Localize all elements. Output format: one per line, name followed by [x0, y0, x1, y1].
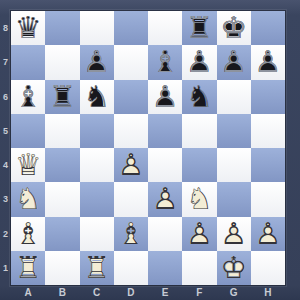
chessboard-frame: 87654321 ♛♕♜♖♚♔♟♙♝♗♟♙♟♙♟♙♝♗♜♖♞♘♟♙♞♘♛♕♟♙♞…	[0, 0, 300, 300]
square-h5[interactable]	[251, 114, 285, 148]
white-queen-glyph: ♛	[11, 148, 45, 182]
black-knight-glyph: ♞	[182, 80, 216, 114]
square-b1[interactable]	[45, 251, 79, 285]
black-pawn[interactable]: ♟♙	[80, 45, 114, 79]
square-g7[interactable]: ♟♙	[217, 45, 251, 79]
square-c6[interactable]: ♞♘	[80, 80, 114, 114]
black-rook-outline: ♖	[45, 80, 79, 114]
square-g1[interactable]: ♚♔	[217, 251, 251, 285]
black-pawn[interactable]: ♟♙	[217, 45, 251, 79]
square-f6[interactable]: ♞♘	[182, 80, 216, 114]
square-e3[interactable]: ♟♙	[148, 182, 182, 216]
black-knight-outline: ♘	[80, 80, 114, 114]
white-pawn[interactable]: ♟♙	[251, 217, 285, 251]
black-pawn-glyph: ♟	[80, 45, 114, 79]
rank-label-6: 6	[0, 80, 11, 114]
square-c1[interactable]: ♜♖	[80, 251, 114, 285]
black-pawn-glyph: ♟	[148, 80, 182, 114]
black-pawn[interactable]: ♟♙	[182, 45, 216, 79]
black-bishop-outline: ♗	[148, 45, 182, 79]
square-e6[interactable]: ♟♙	[148, 80, 182, 114]
white-knight-outline: ♘	[11, 182, 45, 216]
square-e7[interactable]: ♝♗	[148, 45, 182, 79]
white-bishop[interactable]: ♝♗	[11, 217, 45, 251]
rank-labels: 87654321	[0, 11, 11, 285]
square-a8[interactable]: ♛♕	[11, 11, 45, 45]
white-pawn[interactable]: ♟♙	[114, 148, 148, 182]
black-queen[interactable]: ♛♕	[11, 11, 45, 45]
white-pawn-glyph: ♟	[114, 148, 148, 182]
black-bishop[interactable]: ♝♗	[148, 45, 182, 79]
square-f4[interactable]	[182, 148, 216, 182]
square-g4[interactable]	[217, 148, 251, 182]
white-knight[interactable]: ♞♘	[182, 182, 216, 216]
white-queen[interactable]: ♛♕	[11, 148, 45, 182]
black-pawn-outline: ♙	[217, 45, 251, 79]
rank-label-4: 4	[0, 148, 11, 182]
square-b7[interactable]	[45, 45, 79, 79]
square-d7[interactable]	[114, 45, 148, 79]
square-d6[interactable]	[114, 80, 148, 114]
square-a1[interactable]: ♜♖	[11, 251, 45, 285]
file-label-e: E	[148, 285, 182, 300]
black-rook-glyph: ♜	[182, 11, 216, 45]
file-label-d: D	[114, 285, 148, 300]
black-pawn-glyph: ♟	[217, 45, 251, 79]
black-bishop[interactable]: ♝♗	[11, 80, 45, 114]
white-rook[interactable]: ♜♖	[80, 251, 114, 285]
square-e4[interactable]	[148, 148, 182, 182]
square-d1[interactable]	[114, 251, 148, 285]
square-f2[interactable]: ♟♙	[182, 217, 216, 251]
square-b4[interactable]	[45, 148, 79, 182]
file-labels: ABCDEFGH	[11, 285, 285, 300]
white-bishop[interactable]: ♝♗	[114, 217, 148, 251]
black-pawn-glyph: ♟	[182, 45, 216, 79]
square-f5[interactable]	[182, 114, 216, 148]
black-rook-glyph: ♜	[45, 80, 79, 114]
black-pawn-glyph: ♟	[251, 45, 285, 79]
white-bishop-outline: ♗	[11, 217, 45, 251]
white-bishop-glyph: ♝	[114, 217, 148, 251]
white-rook-glyph: ♜	[80, 251, 114, 285]
white-pawn-glyph: ♟	[182, 217, 216, 251]
black-knight-glyph: ♞	[80, 80, 114, 114]
square-b8[interactable]	[45, 11, 79, 45]
square-e2[interactable]	[148, 217, 182, 251]
rank-label-8: 8	[0, 11, 11, 45]
square-a4[interactable]: ♛♕	[11, 148, 45, 182]
white-knight-glyph: ♞	[11, 182, 45, 216]
square-h3[interactable]	[251, 182, 285, 216]
file-label-h: H	[251, 285, 285, 300]
white-pawn[interactable]: ♟♙	[148, 182, 182, 216]
black-rook-outline: ♖	[182, 11, 216, 45]
white-pawn-outline: ♙	[148, 182, 182, 216]
black-rook[interactable]: ♜♖	[182, 11, 216, 45]
square-b5[interactable]	[45, 114, 79, 148]
square-d3[interactable]	[114, 182, 148, 216]
black-queen-outline: ♕	[11, 11, 45, 45]
square-d2[interactable]: ♝♗	[114, 217, 148, 251]
square-a5[interactable]	[11, 114, 45, 148]
white-queen-outline: ♕	[11, 148, 45, 182]
white-pawn[interactable]: ♟♙	[182, 217, 216, 251]
white-pawn-outline: ♙	[182, 217, 216, 251]
white-pawn-glyph: ♟	[148, 182, 182, 216]
white-knight-glyph: ♞	[182, 182, 216, 216]
square-b2[interactable]	[45, 217, 79, 251]
square-g6[interactable]	[217, 80, 251, 114]
file-label-b: B	[45, 285, 79, 300]
square-e1[interactable]	[148, 251, 182, 285]
black-pawn-outline: ♙	[182, 45, 216, 79]
white-pawn[interactable]: ♟♙	[217, 217, 251, 251]
square-h7[interactable]: ♟♙	[251, 45, 285, 79]
black-king-outline: ♔	[217, 11, 251, 45]
white-bishop-glyph: ♝	[11, 217, 45, 251]
black-knight-outline: ♘	[182, 80, 216, 114]
black-king-glyph: ♚	[217, 11, 251, 45]
white-knight-outline: ♘	[182, 182, 216, 216]
rank-label-5: 5	[0, 114, 11, 148]
black-pawn-outline: ♙	[80, 45, 114, 79]
black-bishop-outline: ♗	[11, 80, 45, 114]
square-c2[interactable]	[80, 217, 114, 251]
black-pawn-outline: ♙	[148, 80, 182, 114]
white-rook-outline: ♖	[11, 251, 45, 285]
black-knight[interactable]: ♞♘	[80, 80, 114, 114]
square-a2[interactable]: ♝♗	[11, 217, 45, 251]
black-king[interactable]: ♚♔	[217, 11, 251, 45]
file-label-g: G	[217, 285, 251, 300]
black-pawn[interactable]: ♟♙	[251, 45, 285, 79]
square-a7[interactable]	[11, 45, 45, 79]
black-bishop-glyph: ♝	[148, 45, 182, 79]
black-knight[interactable]: ♞♘	[182, 80, 216, 114]
black-queen-glyph: ♛	[11, 11, 45, 45]
rank-label-2: 2	[0, 217, 11, 251]
square-c3[interactable]	[80, 182, 114, 216]
square-c4[interactable]	[80, 148, 114, 182]
square-g2[interactable]: ♟♙	[217, 217, 251, 251]
square-b3[interactable]	[45, 182, 79, 216]
square-f7[interactable]: ♟♙	[182, 45, 216, 79]
white-rook[interactable]: ♜♖	[11, 251, 45, 285]
square-h1[interactable]	[251, 251, 285, 285]
square-c8[interactable]	[80, 11, 114, 45]
chess-board: ♛♕♜♖♚♔♟♙♝♗♟♙♟♙♟♙♝♗♜♖♞♘♟♙♞♘♛♕♟♙♞♘♟♙♞♘♝♗♝♗…	[11, 11, 285, 285]
square-d8[interactable]	[114, 11, 148, 45]
square-c7[interactable]: ♟♙	[80, 45, 114, 79]
white-knight[interactable]: ♞♘	[11, 182, 45, 216]
square-d4[interactable]: ♟♙	[114, 148, 148, 182]
square-f1[interactable]	[182, 251, 216, 285]
white-rook-glyph: ♜	[11, 251, 45, 285]
black-rook[interactable]: ♜♖	[45, 80, 79, 114]
square-f8[interactable]: ♜♖	[182, 11, 216, 45]
square-a3[interactable]: ♞♘	[11, 182, 45, 216]
black-pawn[interactable]: ♟♙	[148, 80, 182, 114]
square-e5[interactable]	[148, 114, 182, 148]
white-rook-outline: ♖	[80, 251, 114, 285]
square-f3[interactable]: ♞♘	[182, 182, 216, 216]
square-b6[interactable]: ♜♖	[45, 80, 79, 114]
square-a6[interactable]: ♝♗	[11, 80, 45, 114]
square-c5[interactable]	[80, 114, 114, 148]
white-pawn-glyph: ♟	[251, 217, 285, 251]
white-king[interactable]: ♚♔	[217, 251, 251, 285]
black-bishop-glyph: ♝	[11, 80, 45, 114]
square-h6[interactable]	[251, 80, 285, 114]
white-pawn-glyph: ♟	[217, 217, 251, 251]
black-pawn-outline: ♙	[251, 45, 285, 79]
square-h8[interactable]	[251, 11, 285, 45]
file-label-c: C	[80, 285, 114, 300]
white-king-outline: ♔	[217, 251, 251, 285]
square-h4[interactable]	[251, 148, 285, 182]
square-h2[interactable]: ♟♙	[251, 217, 285, 251]
white-pawn-outline: ♙	[217, 217, 251, 251]
white-bishop-outline: ♗	[114, 217, 148, 251]
square-d5[interactable]	[114, 114, 148, 148]
file-label-f: F	[182, 285, 216, 300]
white-king-glyph: ♚	[217, 251, 251, 285]
square-e8[interactable]	[148, 11, 182, 45]
square-g8[interactable]: ♚♔	[217, 11, 251, 45]
white-pawn-outline: ♙	[251, 217, 285, 251]
rank-label-3: 3	[0, 182, 11, 216]
rank-label-1: 1	[0, 251, 11, 285]
square-g5[interactable]	[217, 114, 251, 148]
square-g3[interactable]	[217, 182, 251, 216]
file-label-a: A	[11, 285, 45, 300]
white-pawn-outline: ♙	[114, 148, 148, 182]
rank-label-7: 7	[0, 45, 11, 79]
